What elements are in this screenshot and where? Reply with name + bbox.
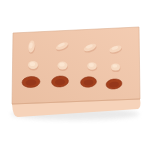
scene-svg xyxy=(0,0,150,150)
nodule-bump-1-highlight xyxy=(30,62,36,66)
suture-pad xyxy=(12,27,140,117)
nodule-bump-3-highlight xyxy=(89,63,94,67)
nodule-bump-4-highlight xyxy=(112,64,117,68)
product-photo xyxy=(0,0,150,150)
nodule-bump-2-highlight xyxy=(59,63,65,67)
